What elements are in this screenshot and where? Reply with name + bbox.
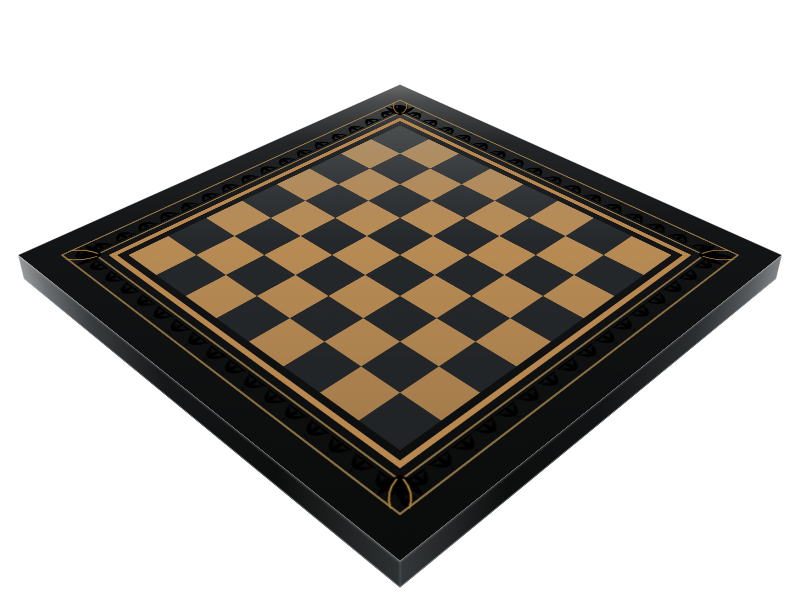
square-r8c7[interactable] bbox=[320, 366, 400, 420]
square-r4c7[interactable] bbox=[471, 275, 542, 318]
board-surface bbox=[18, 84, 782, 561]
square-r5c6[interactable] bbox=[400, 275, 471, 318]
square-r3c8[interactable] bbox=[543, 275, 614, 318]
square-r4c8[interactable] bbox=[510, 296, 583, 342]
square-r8c6[interactable] bbox=[283, 342, 361, 393]
square-r6c5[interactable] bbox=[329, 275, 400, 318]
square-r6c6[interactable] bbox=[363, 296, 436, 342]
square-r7c6[interactable] bbox=[324, 318, 400, 366]
chessboard-3d bbox=[18, 84, 782, 561]
square-r7c3[interactable] bbox=[226, 255, 296, 296]
square-r8c2[interactable] bbox=[156, 255, 226, 296]
square-r6c7[interactable] bbox=[400, 318, 476, 366]
square-r7c8[interactable] bbox=[400, 366, 480, 420]
square-r8c8[interactable] bbox=[359, 393, 441, 451]
square-r6c4[interactable] bbox=[296, 255, 366, 296]
square-r8c3[interactable] bbox=[186, 275, 257, 318]
square-r7c4[interactable] bbox=[257, 275, 328, 318]
scene bbox=[0, 0, 800, 600]
square-r8c5[interactable] bbox=[249, 318, 325, 366]
square-r8c4[interactable] bbox=[216, 296, 289, 342]
square-r5c5[interactable] bbox=[365, 255, 435, 296]
square-r6c8[interactable] bbox=[439, 342, 517, 393]
square-r5c7[interactable] bbox=[437, 296, 510, 342]
square-r7c5[interactable] bbox=[290, 296, 363, 342]
square-r7c7[interactable] bbox=[361, 342, 439, 393]
square-r3c7[interactable] bbox=[504, 255, 574, 296]
square-r4c6[interactable] bbox=[435, 255, 505, 296]
square-r2c8[interactable] bbox=[574, 255, 644, 296]
square-r5c8[interactable] bbox=[476, 318, 552, 366]
